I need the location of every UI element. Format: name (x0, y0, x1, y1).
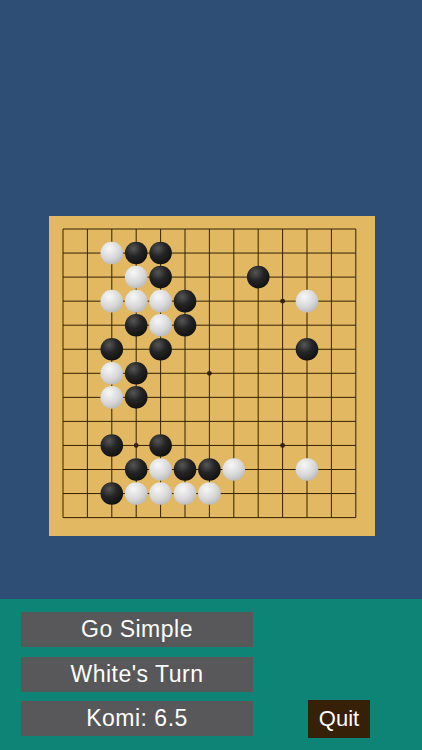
star-point (207, 371, 212, 376)
stone-white (149, 458, 172, 481)
stone-black (101, 338, 124, 361)
go-board[interactable] (49, 216, 375, 536)
stone-black (198, 458, 221, 481)
stone-white (101, 290, 124, 313)
stone-black (247, 266, 270, 289)
stone-black (174, 290, 197, 313)
stone-black (149, 338, 172, 361)
stone-white (223, 458, 246, 481)
stone-black (125, 314, 148, 337)
bottom-panel: Go Simple White's Turn Komi: 6.5 Quit (0, 599, 422, 750)
stone-black (296, 338, 319, 361)
stone-white (296, 290, 319, 313)
stone-white (149, 290, 172, 313)
quit-button[interactable]: Quit (308, 700, 370, 738)
stone-white (198, 482, 221, 505)
stone-black (125, 362, 148, 385)
stone-white (125, 266, 148, 289)
stone-black (149, 434, 172, 457)
stone-black (125, 386, 148, 409)
stone-white (296, 458, 319, 481)
stone-black (101, 434, 124, 457)
turn-indicator-label: White's Turn (21, 657, 253, 692)
stone-white (101, 386, 124, 409)
stone-white (101, 362, 124, 385)
star-point (280, 299, 285, 304)
stone-white (149, 482, 172, 505)
stone-black (125, 458, 148, 481)
app-title-label: Go Simple (21, 612, 253, 647)
stone-white (125, 290, 148, 313)
stone-black (149, 266, 172, 289)
star-point (134, 443, 139, 448)
stone-black (149, 242, 172, 265)
star-point (280, 443, 285, 448)
stone-white (174, 482, 197, 505)
stone-white (149, 314, 172, 337)
stone-white (125, 482, 148, 505)
go-board-svg (49, 216, 375, 536)
stone-black (101, 482, 124, 505)
stone-black (174, 314, 197, 337)
komi-label: Komi: 6.5 (21, 701, 253, 736)
stone-white (101, 242, 124, 265)
stone-black (174, 458, 197, 481)
stone-black (125, 242, 148, 265)
